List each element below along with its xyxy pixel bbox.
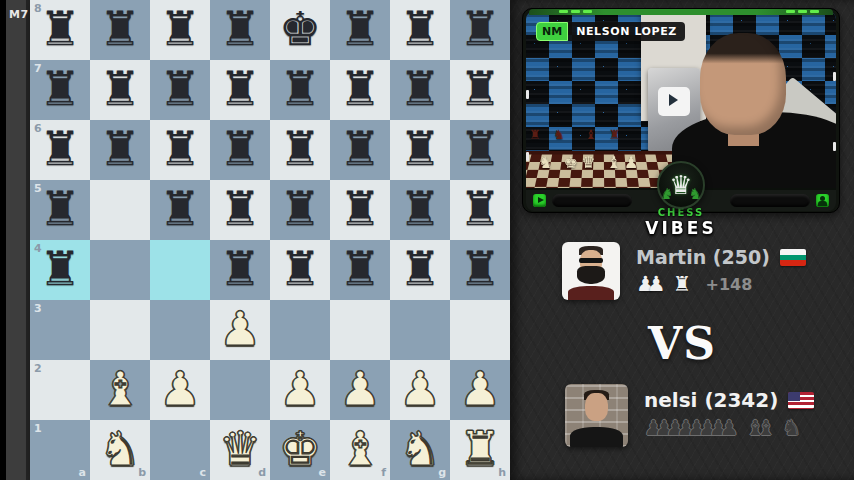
- square-a5[interactable]: 5♜: [30, 180, 90, 240]
- usa-flag-icon: [788, 392, 814, 409]
- logo-text-vibes: VIBES: [626, 218, 736, 238]
- white-pawn[interactable]: ♟: [450, 360, 510, 418]
- square-h5[interactable]: ♜: [450, 180, 510, 240]
- frame-tick: [526, 152, 529, 161]
- white-bishop[interactable]: ♝: [330, 420, 390, 478]
- square-b7[interactable]: ♜: [90, 60, 150, 120]
- square-h4[interactable]: ♜: [450, 240, 510, 300]
- avatar-martin[interactable]: [562, 242, 620, 300]
- square-c2[interactable]: ♟: [150, 360, 210, 420]
- square-c3[interactable]: [150, 300, 210, 360]
- square-e6[interactable]: ♜: [270, 120, 330, 180]
- white-pawn[interactable]: ♟: [210, 300, 270, 358]
- black-rook[interactable]: ♜: [450, 60, 510, 118]
- square-c6[interactable]: ♜: [150, 120, 210, 180]
- square-c5[interactable]: ♜: [150, 180, 210, 240]
- square-e4[interactable]: ♜: [270, 240, 330, 300]
- white-queen[interactable]: ♛: [210, 420, 270, 478]
- square-h2[interactable]: ♟: [450, 360, 510, 420]
- white-knight[interactable]: ♞: [90, 420, 150, 478]
- black-rook[interactable]: ♜: [30, 180, 90, 238]
- black-rook[interactable]: ♜: [270, 120, 330, 178]
- player-row-top: Martin (250) ♟♟♜+148: [562, 242, 806, 300]
- square-h1[interactable]: h♜: [450, 420, 510, 480]
- progress-pill-right: [730, 194, 810, 207]
- white-knight[interactable]: ♞: [390, 420, 450, 478]
- black-rook[interactable]: ♜: [150, 180, 210, 238]
- chess-vibes-logo: ♞ ♛ ♞ CHESS VIBES: [626, 161, 736, 238]
- captured-pawn-icon: ♟: [647, 273, 666, 295]
- square-b6[interactable]: ♜: [90, 120, 150, 180]
- white-rook[interactable]: ♜: [450, 420, 510, 478]
- square-d2[interactable]: [210, 360, 270, 420]
- white-king[interactable]: ♚: [270, 420, 330, 478]
- square-d3[interactable]: ♟: [210, 300, 270, 360]
- rank-label-3: 3: [34, 302, 42, 315]
- square-c7[interactable]: ♜: [150, 60, 210, 120]
- square-e7[interactable]: ♜: [270, 60, 330, 120]
- file-label-a: a: [79, 466, 86, 479]
- player-name-top[interactable]: Martin (250): [636, 246, 770, 268]
- webcam-top-lights: [529, 9, 833, 15]
- black-king[interactable]: ♚: [270, 0, 330, 58]
- black-rook[interactable]: ♜: [90, 120, 150, 178]
- square-c4[interactable]: [150, 240, 210, 300]
- material-advantage: +148: [705, 275, 752, 294]
- logo-knight-icon: ♞: [660, 185, 673, 203]
- subscribe-icon[interactable]: [533, 194, 546, 207]
- vs-label: VS: [510, 318, 854, 369]
- black-rook[interactable]: ♜: [30, 240, 90, 298]
- left-strip-label: M7: [9, 8, 29, 21]
- white-pawn[interactable]: ♟: [270, 360, 330, 418]
- captured-rook-icon: ♜: [673, 273, 692, 295]
- black-rook[interactable]: ♜: [330, 180, 390, 238]
- square-b3[interactable]: [90, 300, 150, 360]
- progress-pill-left: [552, 194, 632, 207]
- black-rook[interactable]: ♜: [450, 0, 510, 58]
- player-name-bottom[interactable]: nelsi (2342): [644, 388, 778, 412]
- black-rook[interactable]: ♜: [150, 0, 210, 58]
- file-label-c: c: [199, 466, 206, 479]
- square-a2[interactable]: 2: [30, 360, 90, 420]
- black-rook[interactable]: ♜: [450, 120, 510, 178]
- square-d6[interactable]: ♜: [210, 120, 270, 180]
- stream-screenshot: M7 8♜♜♜♜♚♜♜♜7♜♜♜♜♜♜♜♜6♜♜♜♜♜♜♜♜5♜♜♜♜♜♜♜4♜…: [0, 0, 854, 480]
- square-f3[interactable]: [330, 300, 390, 360]
- left-edge-strip: M7: [0, 0, 30, 480]
- black-rook[interactable]: ♜: [390, 180, 450, 238]
- square-g7[interactable]: ♜: [390, 60, 450, 120]
- frame-tick: [833, 142, 836, 151]
- square-h8[interactable]: ♜: [450, 0, 510, 60]
- square-h3[interactable]: [450, 300, 510, 360]
- square-f4[interactable]: ♜: [330, 240, 390, 300]
- black-rook[interactable]: ♜: [30, 0, 90, 58]
- black-rook[interactable]: ♜: [330, 0, 390, 58]
- square-c8[interactable]: ♜: [150, 0, 210, 60]
- black-rook[interactable]: ♜: [90, 60, 150, 118]
- streamer-name-label: NELSON LOPEZ: [568, 22, 685, 41]
- black-rook[interactable]: ♜: [210, 60, 270, 118]
- player-row-bottom: nelsi (2342) ♟♟♟♟♟♟♟♟♝♝♞: [565, 384, 814, 447]
- white-pawn[interactable]: ♟: [330, 360, 390, 418]
- streamer-name-tag: NM NELSON LOPEZ: [536, 22, 685, 41]
- black-rook[interactable]: ♜: [150, 120, 210, 178]
- square-g1[interactable]: g♞: [390, 420, 450, 480]
- square-a3[interactable]: 3: [30, 300, 90, 360]
- viewer-icon[interactable]: [816, 194, 829, 207]
- black-rook[interactable]: ♜: [330, 240, 390, 298]
- white-pawn[interactable]: ♟: [390, 360, 450, 418]
- avatar-nelsi[interactable]: [565, 384, 628, 447]
- square-f1[interactable]: f♝: [330, 420, 390, 480]
- physical-chess-pieces-far: [529, 127, 624, 142]
- black-rook[interactable]: ♜: [390, 120, 450, 178]
- chess-board[interactable]: 8♜♜♜♜♚♜♜♜7♜♜♜♜♜♜♜♜6♜♜♜♜♜♜♜♜5♜♜♜♜♜♜♜4♜♜♜♜…: [30, 0, 510, 480]
- square-c1[interactable]: c: [150, 420, 210, 480]
- captured-bishop-icon: ♝: [756, 417, 775, 439]
- square-a6[interactable]: 6♜: [30, 120, 90, 180]
- black-rook[interactable]: ♜: [270, 60, 330, 118]
- square-g3[interactable]: [390, 300, 450, 360]
- nm-title-badge: NM: [536, 22, 568, 41]
- black-rook[interactable]: ♜: [390, 60, 450, 118]
- logo-knight-icon: ♞: [689, 185, 702, 203]
- right-panel: NM NELSON LOPEZ ♞ ♛ ♞ CHESS VIBES: [510, 0, 854, 480]
- captured-pieces-top: ♟♟♜+148: [636, 273, 806, 295]
- square-a1[interactable]: 1a: [30, 420, 90, 480]
- chess-vibes-emblem: ♞ ♛ ♞: [657, 161, 705, 209]
- black-rook[interactable]: ♜: [270, 240, 330, 298]
- frame-tick: [526, 90, 529, 99]
- square-f6[interactable]: ♜: [330, 120, 390, 180]
- square-f7[interactable]: ♜: [330, 60, 390, 120]
- square-b8[interactable]: ♜: [90, 0, 150, 60]
- square-g6[interactable]: ♜: [390, 120, 450, 180]
- captured-pieces-bottom: ♟♟♟♟♟♟♟♟♝♝♞: [644, 417, 814, 439]
- square-g8[interactable]: ♜: [390, 0, 450, 60]
- square-b2[interactable]: ♝: [90, 360, 150, 420]
- white-bishop[interactable]: ♝: [90, 360, 150, 418]
- square-e8[interactable]: ♚: [270, 0, 330, 60]
- square-f8[interactable]: ♜: [330, 0, 390, 60]
- square-h6[interactable]: ♜: [450, 120, 510, 180]
- black-rook[interactable]: ♜: [30, 120, 90, 178]
- bulgaria-flag-icon: [780, 249, 806, 266]
- square-a8[interactable]: 8♜: [30, 0, 90, 60]
- black-rook[interactable]: ♜: [210, 120, 270, 178]
- white-pawn[interactable]: ♟: [150, 360, 210, 418]
- black-rook[interactable]: ♜: [30, 60, 90, 118]
- square-d5[interactable]: ♜: [210, 180, 270, 240]
- square-d1[interactable]: d♛: [210, 420, 270, 480]
- black-rook[interactable]: ♜: [390, 240, 450, 298]
- square-g5[interactable]: ♜: [390, 180, 450, 240]
- black-rook[interactable]: ♜: [210, 180, 270, 238]
- captured-pawn-icon: ♟: [720, 417, 739, 439]
- streamer-head: [700, 33, 787, 135]
- frame-tick: [833, 72, 836, 81]
- black-rook[interactable]: ♜: [390, 0, 450, 58]
- square-d4[interactable]: ♜: [210, 240, 270, 300]
- square-e1[interactable]: e♚: [270, 420, 330, 480]
- square-f2[interactable]: ♟: [330, 360, 390, 420]
- black-rook[interactable]: ♜: [450, 240, 510, 298]
- rank-label-1: 1: [34, 422, 42, 435]
- black-rook[interactable]: ♜: [210, 0, 270, 58]
- black-rook[interactable]: ♜: [330, 60, 390, 118]
- play-button-icon: [658, 87, 691, 116]
- rank-label-2: 2: [34, 362, 42, 375]
- captured-knight-icon: ♞: [782, 417, 801, 439]
- square-d7[interactable]: ♜: [210, 60, 270, 120]
- square-a7[interactable]: 7♜: [30, 60, 90, 120]
- black-rook[interactable]: ♜: [330, 120, 390, 178]
- black-rook[interactable]: ♜: [450, 180, 510, 238]
- webcam-frame: NM NELSON LOPEZ ♞ ♛ ♞ CHESS VIBES: [522, 8, 840, 213]
- black-rook[interactable]: ♜: [150, 60, 210, 118]
- square-e2[interactable]: ♟: [270, 360, 330, 420]
- square-b1[interactable]: b♞: [90, 420, 150, 480]
- square-h7[interactable]: ♜: [450, 60, 510, 120]
- black-rook[interactable]: ♜: [90, 0, 150, 58]
- square-d8[interactable]: ♜: [210, 0, 270, 60]
- square-e3[interactable]: [270, 300, 330, 360]
- square-b4[interactable]: [90, 240, 150, 300]
- square-g2[interactable]: ♟: [390, 360, 450, 420]
- square-b5[interactable]: [90, 180, 150, 240]
- square-g4[interactable]: ♜: [390, 240, 450, 300]
- square-f5[interactable]: ♜: [330, 180, 390, 240]
- black-rook[interactable]: ♜: [270, 180, 330, 238]
- black-rook[interactable]: ♜: [210, 240, 270, 298]
- square-e5[interactable]: ♜: [270, 180, 330, 240]
- square-a4[interactable]: 4♜: [30, 240, 90, 300]
